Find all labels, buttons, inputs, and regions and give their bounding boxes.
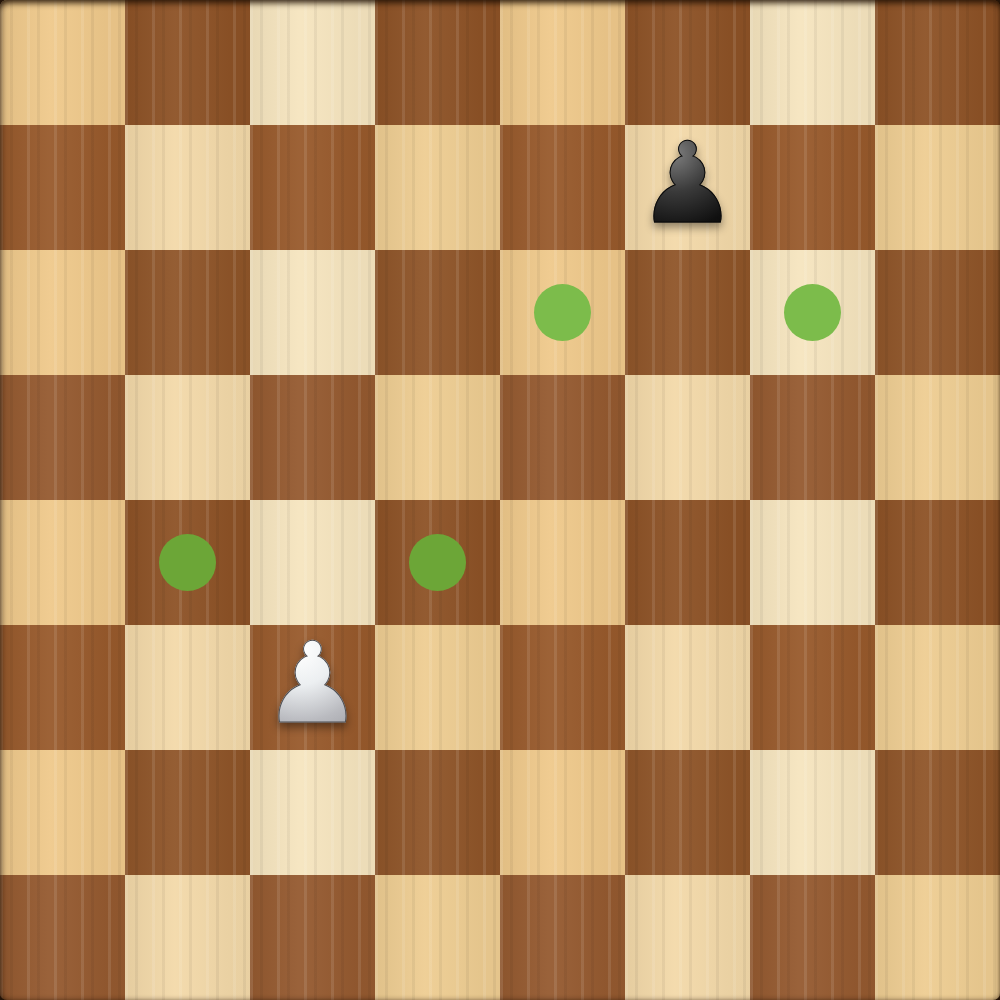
square-d3[interactable] — [375, 625, 500, 750]
square-h8[interactable] — [875, 0, 1000, 125]
square-f8[interactable] — [625, 0, 750, 125]
square-d2[interactable] — [375, 750, 500, 875]
black-pawn-f7[interactable]: ♟ — [625, 125, 750, 250]
square-g3[interactable] — [750, 625, 875, 750]
square-e6[interactable] — [500, 250, 625, 375]
square-a5[interactable] — [0, 375, 125, 500]
square-h2[interactable] — [875, 750, 1000, 875]
square-f5[interactable] — [625, 375, 750, 500]
square-b3[interactable] — [125, 625, 250, 750]
square-c6[interactable] — [250, 250, 375, 375]
square-c7[interactable] — [250, 125, 375, 250]
square-g2[interactable] — [750, 750, 875, 875]
square-d7[interactable] — [375, 125, 500, 250]
square-b8[interactable] — [125, 0, 250, 125]
chess-board-container: ♟♟ — [0, 0, 1000, 1000]
square-d4[interactable] — [375, 500, 500, 625]
square-d5[interactable] — [375, 375, 500, 500]
square-f3[interactable] — [625, 625, 750, 750]
square-h1[interactable] — [875, 875, 1000, 1000]
square-b2[interactable] — [125, 750, 250, 875]
square-c5[interactable] — [250, 375, 375, 500]
square-c3[interactable]: ♟ — [250, 625, 375, 750]
square-e3[interactable] — [500, 625, 625, 750]
square-e8[interactable] — [500, 0, 625, 125]
square-a7[interactable] — [0, 125, 125, 250]
square-f7[interactable]: ♟ — [625, 125, 750, 250]
square-a8[interactable] — [0, 0, 125, 125]
square-d1[interactable] — [375, 875, 500, 1000]
square-g5[interactable] — [750, 375, 875, 500]
square-a4[interactable] — [0, 500, 125, 625]
square-b6[interactable] — [125, 250, 250, 375]
square-h7[interactable] — [875, 125, 1000, 250]
square-g7[interactable] — [750, 125, 875, 250]
square-h5[interactable] — [875, 375, 1000, 500]
square-b7[interactable] — [125, 125, 250, 250]
square-b4[interactable] — [125, 500, 250, 625]
square-d6[interactable] — [375, 250, 500, 375]
square-g6[interactable] — [750, 250, 875, 375]
square-f1[interactable] — [625, 875, 750, 1000]
square-f6[interactable] — [625, 250, 750, 375]
move-hint-dot-e6[interactable] — [534, 284, 591, 341]
white-pawn-c3[interactable]: ♟ — [250, 625, 375, 750]
move-hint-dot-d4[interactable] — [409, 534, 466, 591]
chess-board: ♟♟ — [0, 0, 1000, 1000]
square-h6[interactable] — [875, 250, 1000, 375]
square-e2[interactable] — [500, 750, 625, 875]
square-c2[interactable] — [250, 750, 375, 875]
square-e4[interactable] — [500, 500, 625, 625]
square-c1[interactable] — [250, 875, 375, 1000]
square-f4[interactable] — [625, 500, 750, 625]
square-e5[interactable] — [500, 375, 625, 500]
white-pawn-glyph: ♟ — [262, 621, 362, 746]
square-g1[interactable] — [750, 875, 875, 1000]
square-e7[interactable] — [500, 125, 625, 250]
square-c8[interactable] — [250, 0, 375, 125]
square-a2[interactable] — [0, 750, 125, 875]
square-g4[interactable] — [750, 500, 875, 625]
square-c4[interactable] — [250, 500, 375, 625]
black-pawn-glyph: ♟ — [637, 121, 737, 246]
square-f2[interactable] — [625, 750, 750, 875]
square-h4[interactable] — [875, 500, 1000, 625]
square-b1[interactable] — [125, 875, 250, 1000]
square-a6[interactable] — [0, 250, 125, 375]
move-hint-dot-g6[interactable] — [784, 284, 841, 341]
square-e1[interactable] — [500, 875, 625, 1000]
square-b5[interactable] — [125, 375, 250, 500]
square-a1[interactable] — [0, 875, 125, 1000]
square-h3[interactable] — [875, 625, 1000, 750]
square-d8[interactable] — [375, 0, 500, 125]
move-hint-dot-b4[interactable] — [159, 534, 216, 591]
square-g8[interactable] — [750, 0, 875, 125]
square-a3[interactable] — [0, 625, 125, 750]
